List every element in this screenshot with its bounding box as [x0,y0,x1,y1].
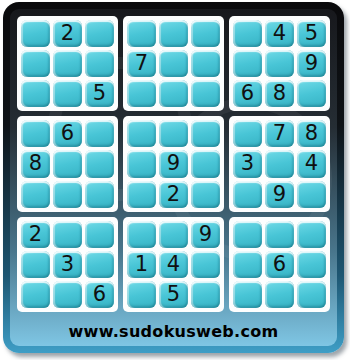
cell-r9c3[interactable]: 6 [85,281,114,308]
cell-r3c8[interactable]: 8 [265,80,294,107]
cell-r8c8[interactable]: 6 [265,251,294,278]
cell-r1c4[interactable] [127,20,156,47]
cell-r4c6[interactable] [191,120,220,147]
cell-r1c9[interactable]: 5 [297,20,326,47]
cell-r6c9[interactable] [297,181,326,208]
cell-r3c3[interactable]: 5 [85,80,114,107]
cell-r1c3[interactable] [85,20,114,47]
box-r3c2: 9145 [123,217,224,312]
box-r3c3: 6 [229,217,330,312]
cell-r5c9[interactable]: 4 [297,150,326,177]
cell-r8c1[interactable] [21,251,50,278]
cell-r2c6[interactable] [191,50,220,77]
cell-r9c7[interactable] [233,281,262,308]
cell-r5c3[interactable] [85,150,114,177]
cell-r5c2[interactable] [53,150,82,177]
cell-r8c6[interactable] [191,251,220,278]
cell-r5c5[interactable]: 9 [159,150,188,177]
cell-r1c2[interactable]: 2 [53,20,82,47]
cell-r3c1[interactable] [21,80,50,107]
cell-r4c8[interactable]: 7 [265,120,294,147]
cell-r9c5[interactable]: 5 [159,281,188,308]
cell-r7c6[interactable]: 9 [191,221,220,248]
cell-r7c7[interactable] [233,221,262,248]
cell-r8c5[interactable]: 4 [159,251,188,278]
box-r2c3: 78349 [229,116,330,211]
cell-r3c7[interactable]: 6 [233,80,262,107]
cell-r2c8[interactable] [265,50,294,77]
box-r3c1: 236 [17,217,118,312]
cell-r5c4[interactable] [127,150,156,177]
cell-r4c3[interactable] [85,120,114,147]
cell-r9c6[interactable] [191,281,220,308]
board-frame: 2574596868927834923691456 www.sudokusweb… [10,9,337,346]
cell-r4c5[interactable] [159,120,188,147]
cell-r6c7[interactable] [233,181,262,208]
box-r1c1: 25 [17,16,118,111]
cell-r6c4[interactable] [127,181,156,208]
box-r1c3: 45968 [229,16,330,111]
cell-r4c9[interactable]: 8 [297,120,326,147]
cell-r6c8[interactable]: 9 [265,181,294,208]
cell-r8c9[interactable] [297,251,326,278]
cell-r7c1[interactable]: 2 [21,221,50,248]
cell-r6c3[interactable] [85,181,114,208]
cell-r3c4[interactable] [127,80,156,107]
cell-r6c6[interactable] [191,181,220,208]
cell-r2c3[interactable] [85,50,114,77]
cell-r4c2[interactable]: 6 [53,120,82,147]
cell-r7c5[interactable] [159,221,188,248]
cell-r5c1[interactable]: 8 [21,150,50,177]
box-r2c1: 68 [17,116,118,211]
cell-r7c4[interactable] [127,221,156,248]
cell-r3c6[interactable] [191,80,220,107]
cell-r2c7[interactable] [233,50,262,77]
cell-r5c6[interactable] [191,150,220,177]
cell-r9c1[interactable] [21,281,50,308]
cell-r7c2[interactable] [53,221,82,248]
cell-r8c4[interactable]: 1 [127,251,156,278]
cell-r6c2[interactable] [53,181,82,208]
cell-r7c3[interactable] [85,221,114,248]
cell-r7c9[interactable] [297,221,326,248]
cell-r4c4[interactable] [127,120,156,147]
cell-r1c5[interactable] [159,20,188,47]
cell-r7c8[interactable] [265,221,294,248]
cell-r6c5[interactable]: 2 [159,181,188,208]
cell-r4c7[interactable] [233,120,262,147]
cell-r2c4[interactable]: 7 [127,50,156,77]
sudoku-grid: 2574596868927834923691456 [10,9,337,319]
cell-r5c8[interactable] [265,150,294,177]
cell-r3c9[interactable] [297,80,326,107]
cell-r8c2[interactable]: 3 [53,251,82,278]
cell-r1c8[interactable]: 4 [265,20,294,47]
cell-r9c2[interactable] [53,281,82,308]
cell-r3c5[interactable] [159,80,188,107]
cell-r9c8[interactable] [265,281,294,308]
cell-r8c3[interactable] [85,251,114,278]
footer-url[interactable]: www.sudokusweb.com [68,322,278,341]
cell-r2c5[interactable] [159,50,188,77]
sudoku-board: 2574596868927834923691456 www.sudokusweb… [3,2,344,353]
box-r1c2: 7 [123,16,224,111]
cell-r1c6[interactable] [191,20,220,47]
cell-r2c1[interactable] [21,50,50,77]
cell-r1c7[interactable] [233,20,262,47]
cell-r6c1[interactable] [21,181,50,208]
cell-r2c9[interactable]: 9 [297,50,326,77]
cell-r9c4[interactable] [127,281,156,308]
cell-r2c2[interactable] [53,50,82,77]
cell-r1c1[interactable] [21,20,50,47]
cell-r5c7[interactable]: 3 [233,150,262,177]
cell-r8c7[interactable] [233,251,262,278]
box-r2c2: 92 [123,116,224,211]
cell-r3c2[interactable] [53,80,82,107]
footer: www.sudokusweb.com [10,319,337,346]
cell-r4c1[interactable] [21,120,50,147]
cell-r9c9[interactable] [297,281,326,308]
